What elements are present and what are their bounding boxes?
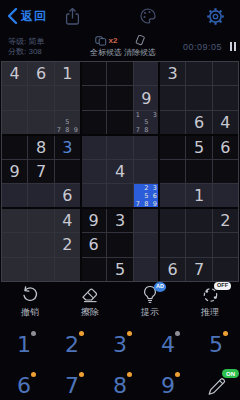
cell-r4c3[interactable]: [81, 160, 106, 183]
given-digit: 2: [220, 211, 230, 230]
ad-badge: AD: [154, 282, 166, 292]
numpad-digit-2[interactable]: 2: [48, 328, 96, 361]
cell-r7c1[interactable]: [28, 233, 53, 256]
cell-r1c8[interactable]: [213, 86, 238, 109]
cell-r6c3[interactable]: 9: [81, 209, 106, 232]
eraser-icon: [80, 284, 100, 304]
given-digit: 9: [89, 211, 99, 230]
cell-r2c1[interactable]: [28, 111, 53, 134]
cell-r1c7[interactable]: [186, 86, 211, 109]
sudoku-board: 4613957891357864835697462356789149322656…: [2, 62, 238, 281]
cell-r2c0[interactable]: [2, 111, 27, 134]
numpad-digit-label: 5: [209, 332, 223, 357]
numpad-digit-label: 7: [65, 373, 79, 398]
cell-r7c7[interactable]: [186, 233, 211, 256]
clear-candidates-label: 清除候选: [118, 47, 162, 58]
cell-r4c5[interactable]: [134, 160, 159, 183]
cell-r2c3[interactable]: [81, 111, 106, 134]
cell-r4c6[interactable]: [160, 160, 185, 183]
cell-r5c8[interactable]: [213, 184, 238, 207]
given-digit: 1: [194, 186, 204, 205]
given-digit: 7: [194, 260, 204, 279]
cell-r1c4[interactable]: [107, 86, 132, 109]
cell-r1c6[interactable]: [160, 86, 185, 109]
numpad-digit-3[interactable]: 3: [96, 328, 144, 361]
numpad-digit-8[interactable]: 8: [96, 369, 144, 400]
cell-r8c1[interactable]: [28, 258, 53, 281]
numpad-digit-1[interactable]: 1: [0, 328, 48, 361]
cell-r8c3[interactable]: [81, 258, 106, 281]
given-digit: 9: [141, 89, 151, 108]
cell-r3c6[interactable]: [160, 135, 185, 158]
palette-icon[interactable]: [139, 7, 157, 25]
cell-r6c5[interactable]: [134, 209, 159, 232]
cell-r5c0[interactable]: [2, 184, 27, 207]
given-digit: 3: [115, 211, 125, 230]
given-digit: 3: [168, 64, 178, 83]
cell-r1c0[interactable]: [2, 86, 27, 109]
settings-gear-icon[interactable]: [206, 7, 225, 26]
cell-r7c2[interactable]: 2: [55, 233, 80, 256]
cell-r7c8[interactable]: [213, 233, 238, 256]
level-score: 等级: 简单 分数: 308: [8, 37, 44, 57]
digit-count-dot: [175, 331, 180, 336]
cell-r1c3[interactable]: [81, 86, 106, 109]
tools-bar: 撤销 擦除 提示 AD: [0, 284, 240, 322]
pencil-mode-button[interactable]: ON: [192, 369, 240, 400]
given-digit: 7: [36, 162, 46, 181]
given-digit: 6: [62, 186, 72, 205]
given-digit: 2: [62, 235, 72, 254]
numpad-digit-label: 8: [113, 373, 127, 398]
numpad-digit-5[interactable]: 5: [192, 328, 240, 361]
cell-r8c6[interactable]: 6: [160, 258, 185, 281]
cell-r6c2[interactable]: 4: [55, 209, 80, 232]
cell-r8c4[interactable]: 5: [107, 258, 132, 281]
level-value: 简单: [28, 37, 44, 46]
digit-count-dot: [31, 372, 36, 377]
numpad-digit-label: 2: [65, 332, 79, 357]
pencil-on-badge: ON: [222, 369, 239, 378]
eraser-small-icon: [134, 35, 146, 46]
header-bar: 返回: [0, 0, 240, 34]
cell-r3c0[interactable]: [2, 135, 27, 158]
multiplier-label: x2: [109, 36, 118, 45]
cell-r0c0[interactable]: 4: [2, 62, 27, 85]
numpad-digit-label: 1: [17, 332, 31, 357]
cell-r6c6[interactable]: [160, 209, 185, 232]
given-digit: 5: [194, 138, 204, 157]
cell-r7c0[interactable]: [2, 233, 27, 256]
number-pad: 12345 6789ON: [0, 328, 240, 400]
cell-r0c4[interactable]: [107, 62, 132, 85]
given-digit: 6: [194, 113, 204, 132]
cell-r3c8[interactable]: 6: [213, 135, 238, 158]
cell-r0c1[interactable]: 6: [28, 62, 53, 85]
digit-count-dot: [175, 372, 180, 377]
cell-r2c8[interactable]: 4: [213, 111, 238, 134]
cell-r7c4[interactable]: [107, 233, 132, 256]
cell-r4c7[interactable]: [186, 160, 211, 183]
given-digit: 6: [89, 235, 99, 254]
cell-r5c2[interactable]: 6: [55, 184, 80, 207]
given-digit: 6: [36, 64, 46, 83]
cell-r0c5[interactable]: [134, 62, 159, 85]
cell-r2c2[interactable]: 5789: [55, 111, 80, 134]
cell-r0c2[interactable]: 1: [55, 62, 80, 85]
status-bar: 等级: 简单 分数: 308 x2 全标候选 清除候选 00:09:05: [0, 34, 240, 60]
cell-r7c6[interactable]: [160, 233, 185, 256]
given-digit: 4: [10, 64, 20, 83]
cell-r3c3[interactable]: [81, 135, 106, 158]
chevron-left-icon: [6, 7, 19, 25]
numpad-digit-4[interactable]: 4: [144, 328, 192, 361]
cell-r5c3[interactable]: [81, 184, 106, 207]
cell-r8c2[interactable]: [55, 258, 80, 281]
cell-r2c7[interactable]: 6: [186, 111, 211, 134]
cell-r4c1[interactable]: 7: [28, 160, 53, 183]
hint-button[interactable]: 提示 AD: [120, 284, 180, 322]
user-digit: 3: [62, 138, 72, 157]
digit-count-dot: [127, 372, 132, 377]
digit-count-dot: [223, 331, 228, 336]
cell-r8c7[interactable]: 7: [186, 258, 211, 281]
cell-r2c6[interactable]: [160, 111, 185, 134]
numpad-digit-6[interactable]: 6: [0, 369, 48, 400]
digit-count-dot: [31, 331, 36, 336]
given-digit: 1: [62, 64, 72, 83]
cell-r1c5[interactable]: 9: [134, 86, 159, 109]
cell-r2c5[interactable]: 13578: [134, 111, 159, 134]
cell-r4c2[interactable]: [55, 160, 80, 183]
candidate-marks: 2356789: [134, 184, 159, 207]
cell-r5c7[interactable]: 1: [186, 184, 211, 207]
cell-r7c3[interactable]: 6: [81, 233, 106, 256]
clear-candidates-button[interactable]: 清除候选: [118, 35, 162, 58]
timer: 00:09:05: [183, 42, 222, 52]
pause-button[interactable]: [230, 42, 236, 51]
cell-r5c6[interactable]: [160, 184, 185, 207]
undo-button[interactable]: 撤销: [0, 284, 60, 322]
digit-count-dot: [127, 331, 132, 336]
numpad-digit-label: 3: [113, 332, 127, 357]
cell-r7c5[interactable]: [134, 233, 159, 256]
given-digit: 9: [10, 162, 20, 181]
numpad-digit-9[interactable]: 9: [144, 369, 192, 400]
cell-r8c0[interactable]: [2, 258, 27, 281]
given-digit: 6: [168, 260, 178, 279]
cell-r1c1[interactable]: [28, 86, 53, 109]
cell-r5c5[interactable]: 2356789: [134, 184, 159, 207]
given-digit: 8: [36, 138, 46, 157]
numpad-digit-label: 9: [161, 373, 175, 398]
candidate-marks: 13578: [134, 111, 159, 134]
erase-button[interactable]: 擦除: [60, 284, 120, 322]
cell-r6c1[interactable]: [28, 209, 53, 232]
given-digit: 5: [115, 260, 125, 279]
score-value: 308: [28, 47, 41, 56]
off-badge: OFF: [214, 282, 231, 290]
pencil-icon: [205, 375, 227, 397]
back-button[interactable]: 返回: [6, 7, 47, 25]
digit-count-dot: [79, 331, 84, 336]
cell-r0c3[interactable]: [81, 62, 106, 85]
digit-count-dot: [79, 372, 84, 377]
cell-r0c6[interactable]: 3: [160, 62, 185, 85]
numpad-digit-label: 6: [17, 373, 31, 398]
stack-icon: [95, 36, 107, 46]
cell-r5c1[interactable]: [28, 184, 53, 207]
cell-r3c1[interactable]: 8: [28, 135, 53, 158]
share-icon[interactable]: [64, 7, 81, 26]
cell-r4c8[interactable]: [213, 160, 238, 183]
given-digit: 4: [115, 162, 125, 181]
undo-icon: [21, 284, 39, 304]
back-label: 返回: [21, 8, 47, 25]
cell-r6c0[interactable]: [2, 209, 27, 232]
cell-r4c4[interactable]: 4: [107, 160, 132, 183]
cell-r3c4[interactable]: [107, 135, 132, 158]
given-digit: 4: [220, 113, 230, 132]
deduce-button[interactable]: 推理 OFF: [180, 284, 240, 322]
cell-r3c7[interactable]: 5: [186, 135, 211, 158]
candidate-marks: 5789: [55, 111, 80, 134]
cell-r8c5[interactable]: [134, 258, 159, 281]
cell-r1c2[interactable]: [55, 86, 80, 109]
cell-r3c2[interactable]: 3: [55, 135, 80, 158]
cell-r5c4[interactable]: [107, 184, 132, 207]
cell-r4c0[interactable]: 9: [2, 160, 27, 183]
cell-r6c7[interactable]: [186, 209, 211, 232]
numpad-digit-7[interactable]: 7: [48, 369, 96, 400]
cell-r0c7[interactable]: [186, 62, 211, 85]
cell-r8c8[interactable]: [213, 258, 238, 281]
cell-r3c5[interactable]: [134, 135, 159, 158]
cell-r6c8[interactable]: 2: [213, 209, 238, 232]
cell-r6c4[interactable]: 3: [107, 209, 132, 232]
given-digit: 6: [220, 138, 230, 157]
sudoku-app: 返回: [0, 0, 240, 400]
cell-r0c8[interactable]: [213, 62, 238, 85]
numpad-digit-label: 4: [161, 332, 175, 357]
cell-r2c4[interactable]: [107, 111, 132, 134]
given-digit: 4: [62, 211, 72, 230]
